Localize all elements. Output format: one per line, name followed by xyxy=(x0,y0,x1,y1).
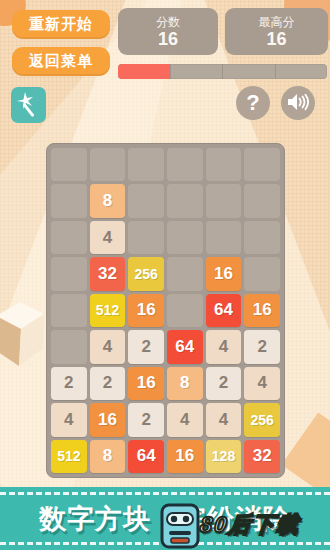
board-cell xyxy=(167,184,203,217)
tile-8: 8 xyxy=(167,367,203,400)
tile-512: 512 xyxy=(90,294,126,327)
board-cell: 2 xyxy=(90,367,126,400)
progress-segment xyxy=(276,64,328,79)
tile-4: 4 xyxy=(90,221,126,254)
board-cell xyxy=(128,184,164,217)
board-cell: 32 xyxy=(244,440,280,473)
tile-512: 512 xyxy=(51,440,87,473)
tile-64: 64 xyxy=(167,330,203,363)
board-cell: 16 xyxy=(128,294,164,327)
progress-segment xyxy=(118,64,171,79)
tile-16: 16 xyxy=(167,440,203,473)
score-label: 分数 xyxy=(156,15,180,29)
score-value: 16 xyxy=(158,29,178,49)
tile-8: 8 xyxy=(90,184,126,217)
board-cell: 512 xyxy=(51,440,87,473)
robot-cassette-icon xyxy=(160,503,200,550)
best-score-value: 16 xyxy=(266,29,286,49)
tile-16: 16 xyxy=(206,257,242,290)
board-grid[interactable]: 8432256165121664164264422216824416244256… xyxy=(46,143,285,478)
tile-4: 4 xyxy=(206,403,242,436)
tile-2: 2 xyxy=(244,330,280,363)
board-cell: 16 xyxy=(206,257,242,290)
magic-wand-icon xyxy=(16,91,42,120)
board-cell: 4 xyxy=(51,403,87,436)
board-cell: 2 xyxy=(206,367,242,400)
board-cell: 2 xyxy=(128,403,164,436)
progress-bar xyxy=(118,64,327,79)
board-cell xyxy=(244,148,280,181)
tile-2: 2 xyxy=(128,403,164,436)
board-cell: 16 xyxy=(90,403,126,436)
tile-2: 2 xyxy=(51,367,87,400)
watermark-text: 80后下载 xyxy=(198,510,302,540)
decor-cube xyxy=(0,286,46,374)
tile-4: 4 xyxy=(51,403,87,436)
board-cell: 256 xyxy=(244,403,280,436)
board-cell xyxy=(206,221,242,254)
board-cell xyxy=(206,184,242,217)
board-cell: 512 xyxy=(90,294,126,327)
board-cell: 4 xyxy=(90,330,126,363)
tile-256: 256 xyxy=(128,257,164,290)
board-cell: 4 xyxy=(206,403,242,436)
board-cell: 8 xyxy=(90,184,126,217)
return-menu-button[interactable]: 返回菜单 xyxy=(12,47,110,76)
board-cell xyxy=(128,148,164,181)
board-cell xyxy=(167,148,203,181)
tile-16: 16 xyxy=(244,294,280,327)
board-cell: 2 xyxy=(128,330,164,363)
tile-2: 2 xyxy=(90,367,126,400)
board-cell: 128 xyxy=(206,440,242,473)
board-cell xyxy=(167,221,203,254)
speaker-on-icon xyxy=(287,92,309,115)
tile-2: 2 xyxy=(128,330,164,363)
help-button[interactable]: ? xyxy=(236,86,270,120)
board-cell xyxy=(167,257,203,290)
board-cell: 16 xyxy=(244,294,280,327)
sound-button[interactable] xyxy=(281,86,315,120)
tile-16: 16 xyxy=(90,403,126,436)
board-cell: 32 xyxy=(90,257,126,290)
board-cell xyxy=(244,257,280,290)
board-cell xyxy=(90,148,126,181)
board-cell xyxy=(51,148,87,181)
magic-wand-button[interactable] xyxy=(11,87,46,123)
board-cell xyxy=(167,294,203,327)
tile-16: 16 xyxy=(128,367,164,400)
tile-4: 4 xyxy=(244,367,280,400)
restart-button[interactable]: 重新开始 xyxy=(12,10,110,39)
board-cell xyxy=(128,221,164,254)
board-cell: 64 xyxy=(206,294,242,327)
tile-64: 64 xyxy=(128,440,164,473)
game-screen: 重新开始 返回菜单 分数 16 最高分 16 ? 84322561651216 xyxy=(0,0,330,550)
board-cell: 8 xyxy=(90,440,126,473)
tile-256: 256 xyxy=(244,403,280,436)
board-cell: 4 xyxy=(90,221,126,254)
best-score-box: 最高分 16 xyxy=(225,8,328,55)
best-score-label: 最高分 xyxy=(259,15,295,29)
progress-segment xyxy=(223,64,276,79)
tile-4: 4 xyxy=(90,330,126,363)
tile-128: 128 xyxy=(206,440,242,473)
board-cell xyxy=(51,294,87,327)
board-cell xyxy=(244,221,280,254)
board-cell: 2 xyxy=(51,367,87,400)
board-cell xyxy=(206,148,242,181)
board-cell xyxy=(244,184,280,217)
board-cell xyxy=(51,330,87,363)
board-cell: 16 xyxy=(128,367,164,400)
board-cell: 256 xyxy=(128,257,164,290)
tile-32: 32 xyxy=(244,440,280,473)
tile-2: 2 xyxy=(206,367,242,400)
tile-32: 32 xyxy=(90,257,126,290)
tile-64: 64 xyxy=(206,294,242,327)
tile-16: 16 xyxy=(128,294,164,327)
board-cell: 16 xyxy=(167,440,203,473)
tile-4: 4 xyxy=(167,403,203,436)
board-cell: 2 xyxy=(244,330,280,363)
board-cell: 4 xyxy=(167,403,203,436)
board-cell: 8 xyxy=(167,367,203,400)
board-cell: 4 xyxy=(244,367,280,400)
board-cell xyxy=(51,184,87,217)
progress-segment xyxy=(171,64,224,79)
board-cell: 4 xyxy=(206,330,242,363)
watermark: 80后下载 xyxy=(160,500,330,550)
score-box: 分数 16 xyxy=(118,8,218,55)
board-cell: 64 xyxy=(128,440,164,473)
tile-4: 4 xyxy=(206,330,242,363)
tile-8: 8 xyxy=(90,440,126,473)
board-cell xyxy=(51,257,87,290)
board-cell xyxy=(51,221,87,254)
board-cell: 64 xyxy=(167,330,203,363)
